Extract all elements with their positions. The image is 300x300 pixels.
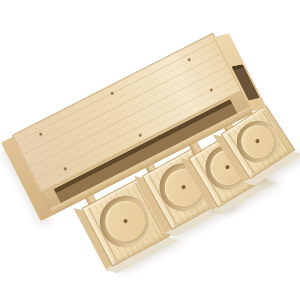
nail-dot <box>138 133 142 137</box>
center-hole-4 <box>255 139 261 145</box>
product-photo-wooden-puzzle <box>0 0 300 300</box>
nail-dot <box>187 58 191 62</box>
nail-dot <box>209 88 213 92</box>
nail-dot <box>39 132 43 136</box>
center-hole-3 <box>225 165 230 170</box>
nail-dot <box>63 167 67 171</box>
recess-disc-1 <box>99 194 153 248</box>
center-hole-1 <box>123 219 128 224</box>
nail-dot <box>110 91 114 95</box>
center-hole-2 <box>181 185 186 190</box>
